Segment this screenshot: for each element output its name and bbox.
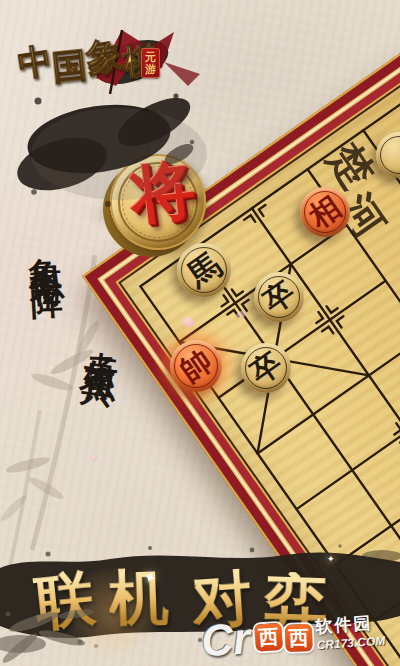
logo-seal: 元 游 [141,48,160,78]
sparkle-icon: ✦ [327,554,335,564]
piece-black-soldier[interactable]: 卒 [241,343,291,393]
seal-char: 元 [145,51,156,63]
piece-red-general[interactable]: 帥 [170,340,222,392]
seal-char: 游 [145,63,156,75]
piece-red-elephant[interactable]: 相 [300,187,350,237]
calligraphy-line-1: 象棋似布阵 [21,231,67,268]
logo-title: 中国象棋 [17,34,158,78]
piece-black-soldier[interactable]: 卒 [254,272,304,322]
game-logo: 中国象棋 元 游 [4,4,214,219]
piece-ring [380,136,400,174]
piece-black-horse[interactable]: 馬 [177,243,231,297]
watermark-cr-logo: Cr [200,616,252,663]
bamboo-leaves-dark [0,600,110,666]
watermark-site-blocks: 西西 [251,620,313,651]
